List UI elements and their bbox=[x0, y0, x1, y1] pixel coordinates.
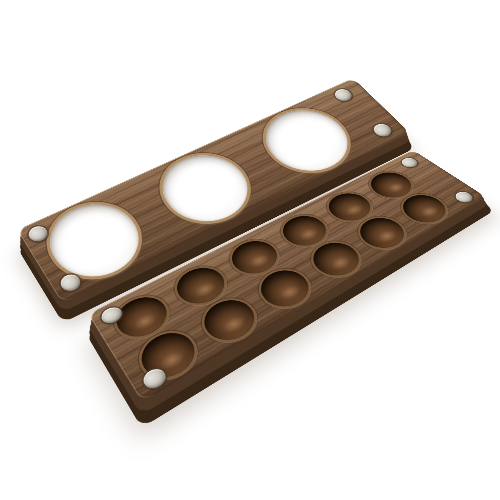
product-photo bbox=[0, 0, 500, 500]
magnet-stud bbox=[452, 190, 476, 205]
lid-window-3 bbox=[246, 97, 369, 186]
lid-window-1 bbox=[30, 189, 159, 295]
